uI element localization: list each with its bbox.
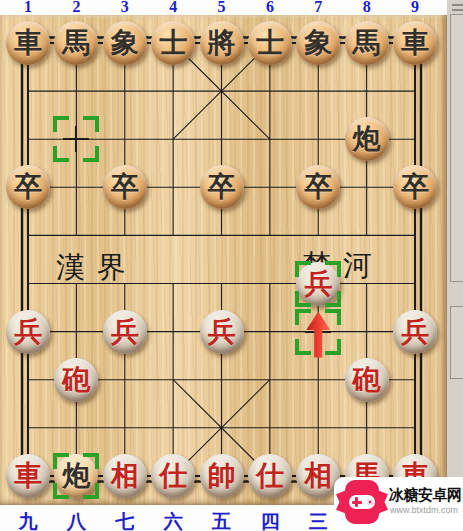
piece-red-elephant[interactable]: 相 [103, 454, 147, 498]
selected-piece-marker [53, 453, 99, 499]
piece-black-cannon[interactable]: 炮 [345, 117, 389, 161]
file-label-top-5: 5 [209, 0, 235, 16]
piece-black-soldier[interactable]: 卒 [6, 165, 50, 209]
panel-dash [452, 4, 463, 6]
xiangqi-board[interactable]: 漢界 楚河 車馬象士將士象馬車炮卒卒卒卒卒兵兵兵兵兵砲砲車炮相仕帥仕相馬車 [0, 15, 449, 505]
piece-black-general[interactable]: 將 [200, 21, 244, 65]
watermark: 冰糖安卓网 www.btxtdm.com [334, 477, 463, 531]
piece-red-advisor[interactable]: 仕 [248, 454, 292, 498]
piece-black-advisor[interactable]: 士 [151, 21, 195, 65]
watermark-site-url: www.btxtdm.com [390, 505, 458, 515]
piece-red-general[interactable]: 帥 [200, 454, 244, 498]
watermark-site-name: 冰糖安卓网 [389, 486, 463, 505]
file-label-bottom-6: 四 [257, 509, 283, 531]
piece-black-chariot[interactable]: 車 [393, 21, 437, 65]
file-label-top-7: 7 [305, 0, 331, 16]
river-label-han-jie: 漢界 [56, 248, 138, 288]
piece-red-soldier[interactable]: 兵 [103, 310, 147, 354]
selected-piece-marker [295, 261, 341, 307]
file-label-top-1: 1 [15, 0, 41, 16]
watermark-logo-icon [336, 480, 388, 524]
piece-red-soldier[interactable]: 兵 [200, 310, 244, 354]
logo-eye-icon [367, 499, 373, 505]
file-label-bottom-1: 九 [15, 509, 41, 531]
piece-red-soldier[interactable]: 兵 [393, 310, 437, 354]
file-label-bottom-5: 五 [209, 509, 235, 531]
piece-black-soldier[interactable]: 卒 [200, 165, 244, 209]
xiangqi-app-screen: 123456789 漢界 楚河 車馬象士將士象馬車炮卒卒卒卒卒兵兵兵兵兵砲砲車炮… [0, 0, 463, 531]
file-label-top-8: 8 [354, 0, 380, 16]
piece-red-soldier[interactable]: 兵 [6, 310, 50, 354]
piece-red-advisor[interactable]: 仕 [151, 454, 195, 498]
file-label-bottom-4: 六 [160, 509, 186, 531]
file-label-top-4: 4 [160, 0, 186, 16]
panel-groupbox [450, 14, 463, 282]
piece-red-cannon[interactable]: 砲 [54, 358, 98, 402]
piece-black-soldier[interactable]: 卒 [103, 165, 147, 209]
piece-red-cannon[interactable]: 砲 [345, 358, 389, 402]
side-panel-sliver [447, 0, 463, 531]
file-label-bottom-2: 八 [63, 509, 89, 531]
piece-black-horse[interactable]: 馬 [345, 21, 389, 65]
file-label-top-3: 3 [112, 0, 138, 16]
file-label-bottom-7: 三 [305, 509, 331, 531]
logo-dpad-icon [352, 501, 362, 504]
piece-black-elephant[interactable]: 象 [103, 21, 147, 65]
panel-groupbox [450, 306, 463, 379]
file-label-bottom-3: 七 [112, 509, 138, 531]
file-label-top-9: 9 [402, 0, 428, 16]
piece-black-elephant[interactable]: 象 [296, 21, 340, 65]
panel-dash [452, 9, 463, 11]
file-label-top-6: 6 [257, 0, 283, 16]
piece-black-soldier[interactable]: 卒 [393, 165, 437, 209]
piece-red-chariot[interactable]: 車 [6, 454, 50, 498]
move-origin-marker [53, 116, 99, 162]
piece-black-chariot[interactable]: 車 [6, 21, 50, 65]
piece-black-advisor[interactable]: 士 [248, 21, 292, 65]
file-label-top-2: 2 [63, 0, 89, 16]
